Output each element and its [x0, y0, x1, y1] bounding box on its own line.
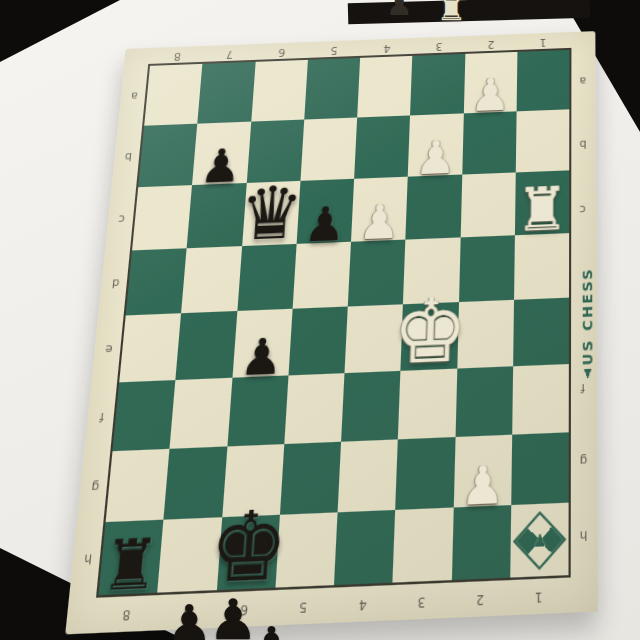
- coordinate-label: 1: [540, 35, 547, 48]
- square-g4[interactable]: [338, 439, 399, 512]
- square-c8[interactable]: [132, 185, 192, 250]
- square-c1[interactable]: ♜: [515, 170, 570, 235]
- white-pawn-g2[interactable]: ♟: [460, 459, 504, 514]
- black-pawn-e6[interactable]: ♟: [238, 331, 284, 383]
- coordinate-label: 2: [476, 591, 484, 608]
- coordinate-label: g: [90, 479, 99, 495]
- square-e3[interactable]: ♚: [401, 302, 459, 371]
- square-h8[interactable]: ♜: [98, 520, 163, 595]
- coordinate-label: 8: [121, 606, 130, 623]
- white-pawn-c4[interactable]: ♟: [357, 198, 400, 247]
- square-h1[interactable]: ♟: [510, 503, 569, 578]
- white-pawn-b3[interactable]: ♟: [414, 134, 456, 181]
- coordinate-label: 2: [488, 37, 495, 50]
- coordinate-label: c: [579, 203, 585, 217]
- square-f5[interactable]: [284, 373, 344, 444]
- square-h6[interactable]: ♚: [216, 515, 279, 590]
- coordinate-label: f: [99, 409, 105, 424]
- coordinate-label: h: [579, 528, 587, 544]
- black-queen-c6[interactable]: ♛: [237, 176, 305, 251]
- square-e8[interactable]: [119, 313, 181, 382]
- chessboard-mat: 87654321 87654321 abcdefgh abcfgh ♟ US C…: [65, 31, 598, 634]
- coordinate-label: 8: [173, 49, 181, 62]
- square-g2[interactable]: ♟: [453, 435, 512, 508]
- black-king-h6[interactable]: ♚: [206, 497, 291, 596]
- us-chess-wordmark-text: US CHESS: [580, 267, 596, 366]
- coordinate-label: 3: [435, 39, 442, 52]
- coordinate-label: b: [124, 150, 133, 164]
- us-chess-logo-diamond: ♟: [516, 514, 563, 566]
- square-c4[interactable]: ♟: [351, 177, 408, 242]
- coordinate-label: 4: [383, 41, 391, 54]
- coordinate-label: h: [83, 551, 92, 567]
- square-e5[interactable]: [288, 307, 348, 376]
- white-king-e3[interactable]: ♚: [391, 286, 468, 377]
- square-e1[interactable]: [513, 298, 569, 367]
- square-c6[interactable]: ♛: [242, 181, 301, 246]
- captured-black-pawn-1: ♟: [166, 598, 213, 640]
- square-a7[interactable]: [198, 62, 256, 124]
- coordinate-label: e: [104, 342, 113, 357]
- square-b5[interactable]: [300, 117, 357, 180]
- white-rook-c1[interactable]: ♜: [516, 179, 569, 241]
- square-b3[interactable]: ♟: [408, 113, 463, 176]
- square-b8[interactable]: [138, 124, 197, 188]
- square-f7[interactable]: [170, 378, 232, 449]
- square-g3[interactable]: [395, 437, 455, 510]
- square-a2[interactable]: ♟: [463, 52, 517, 114]
- coordinate-label: 5: [331, 43, 339, 56]
- square-g1[interactable]: [511, 432, 569, 505]
- square-a3[interactable]: [410, 54, 465, 116]
- square-d5[interactable]: [292, 242, 351, 309]
- square-h3[interactable]: [393, 507, 454, 582]
- coordinate-label: d: [111, 276, 120, 291]
- us-chess-wordmark: ♟ US CHESS: [580, 246, 596, 381]
- board-grid: ♟♟♟♛♟♟♜♟♚♟♜♚♟: [98, 50, 569, 595]
- square-c2[interactable]: [460, 172, 515, 237]
- coordinate-label: 1: [535, 588, 543, 605]
- black-pawn-c5[interactable]: ♟: [303, 200, 347, 249]
- square-a1[interactable]: [516, 50, 569, 111]
- coordinate-label: 5: [299, 598, 308, 615]
- square-a4[interactable]: [357, 56, 412, 118]
- offboard-white-rook-far: ♜: [436, 0, 466, 25]
- square-a5[interactable]: [304, 58, 360, 120]
- coordinate-label: a: [130, 89, 138, 102]
- coordinate-label: a: [579, 74, 586, 87]
- coordinate-label: c: [118, 212, 126, 226]
- background-band-top: [348, 0, 590, 24]
- square-f6[interactable]: [227, 375, 288, 446]
- square-f8[interactable]: [113, 380, 176, 451]
- square-g8[interactable]: [106, 449, 170, 522]
- captured-black-pawn-3: ♟: [250, 620, 293, 640]
- offboard-black-pawn-far: ♟: [386, 0, 413, 20]
- us-chess-mini-diamond-icon: ♟: [581, 365, 595, 380]
- square-e6[interactable]: ♟: [232, 309, 292, 378]
- square-h4[interactable]: [334, 510, 395, 585]
- square-e7[interactable]: [176, 311, 237, 380]
- square-b4[interactable]: [354, 115, 410, 178]
- black-rook-h8[interactable]: ♜: [99, 529, 162, 601]
- coordinate-label: 7: [226, 47, 234, 60]
- coordinate-label: 4: [358, 596, 367, 613]
- square-d7[interactable]: [181, 246, 241, 313]
- coordinate-label: 3: [417, 593, 425, 610]
- playing-area: ♟♟♟♛♟♟♜♟♚♟♜♚♟: [98, 50, 569, 595]
- coordinate-label: 6: [278, 45, 286, 58]
- square-d8[interactable]: [126, 248, 187, 315]
- us-chess-logo-pawn-icon: ♟: [532, 531, 546, 549]
- photo-scene: ♟ ♜ 87654321 87654321 abcdefgh abcfgh ♟ …: [0, 0, 640, 640]
- white-pawn-a2[interactable]: ♟: [470, 72, 511, 118]
- square-a6[interactable]: [251, 60, 308, 122]
- background-corner-top-left: [0, 0, 120, 62]
- square-b1[interactable]: [516, 109, 570, 172]
- black-pawn-b7[interactable]: ♟: [198, 142, 242, 190]
- square-f1[interactable]: [512, 364, 569, 435]
- square-a8[interactable]: [144, 64, 202, 126]
- square-c5[interactable]: ♟: [296, 179, 354, 244]
- coordinate-label: f: [581, 380, 585, 395]
- coordinate-label: g: [579, 453, 587, 469]
- coordinate-label: b: [579, 137, 586, 151]
